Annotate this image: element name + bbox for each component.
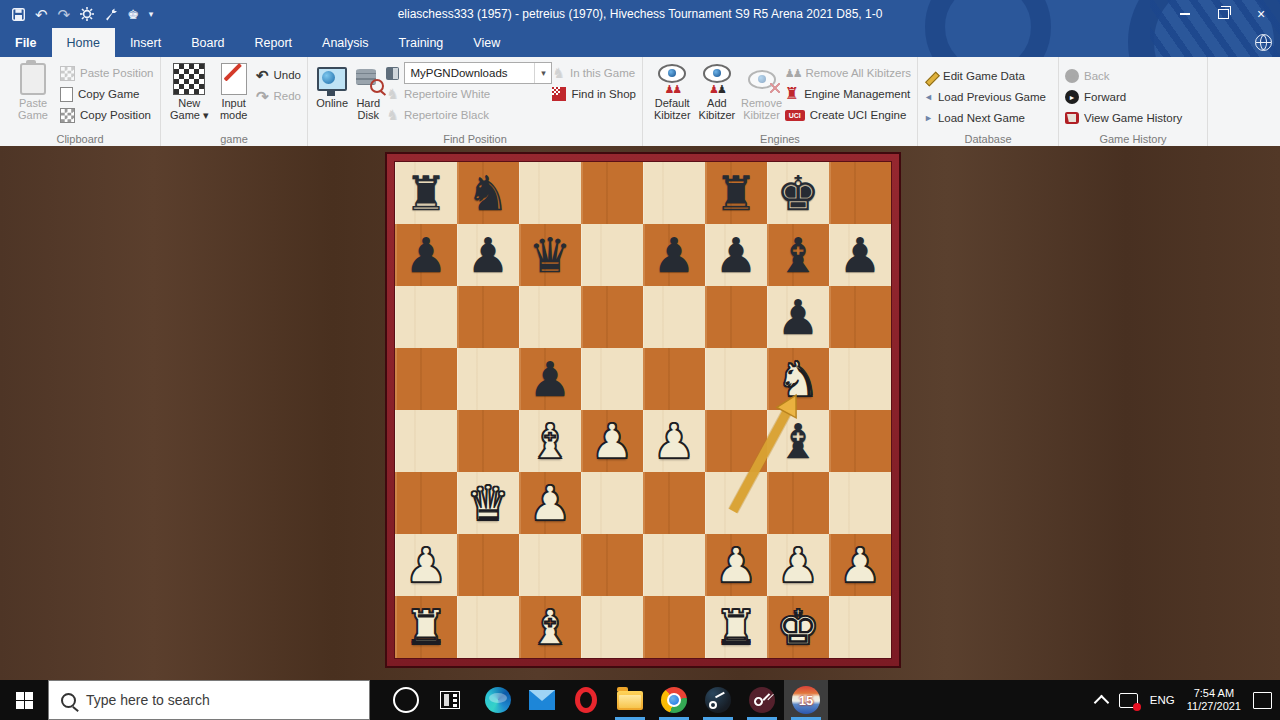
forward-button[interactable]: ►Forward xyxy=(1065,87,1182,107)
pencil-page-icon xyxy=(221,63,247,95)
redo-icon[interactable]: ↷ xyxy=(58,7,71,22)
square-f8[interactable]: ♜ xyxy=(705,162,767,224)
opera-button[interactable] xyxy=(564,680,608,720)
black-pawn: ♟ xyxy=(714,231,757,279)
knight-icon: ♞ xyxy=(552,66,565,80)
pieces-icon: ♟♟ xyxy=(709,84,725,95)
square-a2[interactable]: ♟ xyxy=(395,534,457,596)
close-button[interactable]: × xyxy=(1242,0,1280,28)
black-king: ♚ xyxy=(776,169,819,217)
red-rook-icon: ♜ xyxy=(785,86,799,102)
white-bishop: ♝ xyxy=(528,417,571,465)
square-d6[interactable] xyxy=(581,286,643,348)
square-c8[interactable] xyxy=(519,162,581,224)
square-a5[interactable] xyxy=(395,348,457,410)
copy-position-button[interactable]: Copy Position xyxy=(60,105,154,125)
square-b3[interactable]: ♛ xyxy=(457,472,519,534)
square-g7[interactable]: ♝ xyxy=(767,224,829,286)
white-pawn: ♟ xyxy=(838,541,881,589)
black-rook: ♜ xyxy=(714,169,757,217)
square-d1[interactable] xyxy=(581,596,643,658)
window-title: eliaschess333 (1957) - petreius (1970), … xyxy=(0,7,1280,21)
black-pawn: ♟ xyxy=(528,355,571,403)
window-chrome: ↶ ↷ ♚ ▾ eliaschess333 (1957) - petreius … xyxy=(0,0,1280,57)
square-d5[interactable] xyxy=(581,348,643,410)
windows-logo-icon xyxy=(16,692,33,709)
white-pawn: ♟ xyxy=(528,479,571,527)
edge-button[interactable] xyxy=(476,680,520,720)
tab-view[interactable]: View xyxy=(458,28,515,57)
square-f7[interactable]: ♟ xyxy=(705,224,767,286)
hard-disk-button[interactable]: Hard Disk xyxy=(350,60,386,121)
start-button[interactable] xyxy=(0,680,48,720)
tab-home[interactable]: Home xyxy=(52,28,115,57)
black-bishop: ♝ xyxy=(776,231,819,279)
square-d3[interactable] xyxy=(581,472,643,534)
black-queen: ♛ xyxy=(528,231,571,279)
square-h3[interactable] xyxy=(829,472,891,534)
square-d8[interactable] xyxy=(581,162,643,224)
undo-icon[interactable]: ↶ xyxy=(35,7,48,22)
search-icon xyxy=(61,693,76,708)
tray-display-notification-icon[interactable] xyxy=(1119,693,1138,708)
online-monitor-icon xyxy=(317,67,347,91)
load-previous-game-button[interactable]: ◄Load Previous Game xyxy=(924,87,1046,107)
square-a3[interactable] xyxy=(395,472,457,534)
tab-report[interactable]: Report xyxy=(240,28,308,57)
square-e1[interactable] xyxy=(643,596,705,658)
language-indicator[interactable]: ENG xyxy=(1150,694,1175,706)
document-icon xyxy=(60,87,73,102)
square-c5[interactable]: ♟ xyxy=(519,348,581,410)
key-app-icon xyxy=(749,687,775,713)
engine-gear-icon[interactable] xyxy=(80,7,94,21)
square-g1[interactable]: ♚ xyxy=(767,596,829,658)
tab-board[interactable]: Board xyxy=(176,28,239,57)
square-h7[interactable]: ♟ xyxy=(829,224,891,286)
save-icon[interactable] xyxy=(12,8,25,21)
white-rook: ♜ xyxy=(714,603,757,651)
black-pawn: ♟ xyxy=(776,293,819,341)
redo-button[interactable]: ↷Redo xyxy=(256,86,301,106)
square-g5[interactable]: ♞ xyxy=(767,348,829,410)
forward-circle-icon: ► xyxy=(1065,90,1079,104)
square-h6[interactable] xyxy=(829,286,891,348)
square-f4[interactable] xyxy=(705,410,767,472)
square-b2[interactable] xyxy=(457,534,519,596)
white-pawn: ♟ xyxy=(404,541,447,589)
ribbon: Paste Game Paste Position Copy Game Copy… xyxy=(0,57,1280,147)
white-queen: ♛ xyxy=(466,479,509,527)
system-tray: ENG 7:54 AM 11/27/2021 xyxy=(1096,680,1272,720)
white-pawn: ♟ xyxy=(776,541,819,589)
copy-game-button[interactable]: Copy Game xyxy=(60,84,154,104)
previous-arrow-icon: ◄ xyxy=(924,93,933,102)
square-h2[interactable]: ♟ xyxy=(829,534,891,596)
wrench-icon[interactable] xyxy=(104,8,117,21)
square-b1[interactable] xyxy=(457,596,519,658)
fritz-15-icon: 15 xyxy=(792,686,820,714)
edit-game-data-button[interactable]: Edit Game Data xyxy=(924,66,1046,86)
search-placeholder: Type here to search xyxy=(86,692,210,708)
position-grid-icon xyxy=(60,108,75,123)
square-f2[interactable]: ♟ xyxy=(705,534,767,596)
square-c3[interactable]: ♟ xyxy=(519,472,581,534)
group-clipboard: Paste Game Paste Position Copy Game Copy… xyxy=(0,57,161,146)
position-grid-icon xyxy=(60,66,75,81)
square-e6[interactable] xyxy=(643,286,705,348)
square-h5[interactable] xyxy=(829,348,891,410)
square-d2[interactable] xyxy=(581,534,643,596)
square-f5[interactable] xyxy=(705,348,767,410)
cortana-button[interactable] xyxy=(384,680,428,720)
chess-board-frame: ♜♞♜♚♟♟♛♟♟♝♟♟♟♞♝♟♟♝♛♟♟♟♟♟♜♝♜♚ xyxy=(385,152,901,668)
opera-icon xyxy=(575,687,597,713)
square-b4[interactable] xyxy=(457,410,519,472)
square-a4[interactable] xyxy=(395,410,457,472)
online-button[interactable]: Online xyxy=(314,60,350,109)
undo-button[interactable]: ↶Undo xyxy=(256,65,301,85)
reference-db-combobox[interactable]: MyPGNDownloads▾ xyxy=(404,62,552,84)
uci-badge-icon: UCI xyxy=(785,110,805,121)
square-e4[interactable]: ♟ xyxy=(643,410,705,472)
tray-expand-icon[interactable] xyxy=(1094,694,1110,710)
chrome-icon xyxy=(661,687,687,713)
group-engines: ♟♟ Default Kibitzer ♟♟ Add Kibitzer Remo… xyxy=(643,57,918,146)
square-e3[interactable] xyxy=(643,472,705,534)
black-pawn: ♟ xyxy=(652,231,695,279)
white-king: ♚ xyxy=(776,603,819,651)
chess-board[interactable]: ♜♞♜♚♟♟♛♟♟♝♟♟♟♞♝♟♟♝♛♟♟♟♟♟♜♝♜♚ xyxy=(395,162,891,658)
reference-db-row: MyPGNDownloads▾ xyxy=(386,63,552,83)
fritz-15-button[interactable]: 15 xyxy=(784,680,828,720)
repertoire-black-button[interactable]: ♞Repertoire Black xyxy=(386,105,552,125)
eye-icon xyxy=(658,64,686,83)
new-game-button[interactable]: New Game ▾ xyxy=(167,60,211,121)
square-g3[interactable] xyxy=(767,472,829,534)
ribbon-empty-space xyxy=(1208,57,1280,146)
task-view-icon xyxy=(440,691,460,709)
clock-date: 11/27/2021 xyxy=(1187,700,1241,713)
paste-game-button[interactable]: Paste Game xyxy=(6,60,60,121)
back-circle-icon: ◄ xyxy=(1065,69,1079,83)
key-app-button[interactable] xyxy=(740,680,784,720)
paste-position-button[interactable]: Paste Position xyxy=(60,63,154,83)
taskbar-clock[interactable]: 7:54 AM 11/27/2021 xyxy=(1187,687,1241,713)
white-bishop: ♝ xyxy=(528,603,571,651)
help-globe-icon[interactable] xyxy=(1255,34,1272,51)
remove-kibitzer-button[interactable]: Remove Kibitzer xyxy=(738,60,785,121)
black-rook: ♜ xyxy=(404,169,447,217)
file-explorer-button[interactable] xyxy=(608,680,652,720)
eye-remove-icon xyxy=(748,70,776,89)
gray-eyes-icon: ♟♟ xyxy=(785,68,801,79)
king-piece-icon[interactable]: ♚ xyxy=(127,8,139,21)
chessboard-icon xyxy=(173,63,205,95)
square-b8[interactable]: ♞ xyxy=(457,162,519,224)
square-e8[interactable] xyxy=(643,162,705,224)
group-game: New Game ▾ Input mode ↶Undo ↷Redo game xyxy=(161,57,308,146)
square-c2[interactable] xyxy=(519,534,581,596)
mail-button[interactable] xyxy=(520,680,564,720)
square-a8[interactable]: ♜ xyxy=(395,162,457,224)
square-f3[interactable] xyxy=(705,472,767,534)
white-rook: ♜ xyxy=(404,603,447,651)
edit-pencil-icon xyxy=(924,69,938,83)
create-uci-engine-button[interactable]: UCICreate UCI Engine xyxy=(785,105,911,125)
square-g6[interactable]: ♟ xyxy=(767,286,829,348)
white-pawn: ♟ xyxy=(652,417,695,465)
qat-dropdown-icon[interactable]: ▾ xyxy=(149,10,154,19)
black-pawn: ♟ xyxy=(838,231,881,279)
clipboard-icon xyxy=(20,63,46,95)
group-database: Edit Game Data ◄Load Previous Game ►Load… xyxy=(918,57,1059,146)
repertoire-white-button[interactable]: ♞Repertoire White xyxy=(386,84,552,104)
black-pawn: ♟ xyxy=(466,231,509,279)
chrome-button[interactable] xyxy=(652,680,696,720)
hard-disk-icon xyxy=(356,68,380,90)
white-pawn: ♟ xyxy=(714,541,757,589)
tab-analysis[interactable]: Analysis xyxy=(307,28,384,57)
steam-icon xyxy=(705,687,731,713)
knight-search-icon: ♞ xyxy=(386,108,399,122)
square-b5[interactable] xyxy=(457,348,519,410)
taskbar-search[interactable]: Type here to search xyxy=(48,680,370,720)
undo-icon: ↶ xyxy=(256,68,269,83)
restore-button[interactable] xyxy=(1204,0,1242,28)
square-g2[interactable]: ♟ xyxy=(767,534,829,596)
minimize-button[interactable] xyxy=(1166,0,1204,28)
square-a6[interactable] xyxy=(395,286,457,348)
group-game-history: ◄Back ►Forward View Game History Game Hi… xyxy=(1059,57,1208,146)
shop-icon xyxy=(552,87,566,101)
taskbar: Type here to search 15 ENG 7:54 AM 11/27… xyxy=(0,680,1280,720)
cortana-icon xyxy=(393,687,419,713)
knight-search-icon: ♞ xyxy=(386,87,399,101)
tab-file[interactable]: File xyxy=(0,28,52,57)
load-next-game-button[interactable]: ►Load Next Game xyxy=(924,108,1046,128)
square-h1[interactable] xyxy=(829,596,891,658)
task-view-button[interactable] xyxy=(428,680,472,720)
black-knight: ♞ xyxy=(466,169,509,217)
next-arrow-icon: ► xyxy=(924,114,933,123)
square-b6[interactable] xyxy=(457,286,519,348)
input-mode-button[interactable]: Input mode xyxy=(211,60,255,121)
back-button[interactable]: ◄Back xyxy=(1065,66,1182,86)
add-kibitzer-button[interactable]: ♟♟ Add Kibitzer xyxy=(696,60,739,121)
white-pawn: ♟ xyxy=(590,417,633,465)
square-e5[interactable] xyxy=(643,348,705,410)
square-a7[interactable]: ♟ xyxy=(395,224,457,286)
tab-training[interactable]: Training xyxy=(384,28,459,57)
square-c4[interactable]: ♝ xyxy=(519,410,581,472)
tab-insert[interactable]: Insert xyxy=(115,28,176,57)
mail-icon xyxy=(529,690,555,710)
red-pieces-icon: ♟♟ xyxy=(664,84,680,95)
history-book-icon xyxy=(1065,112,1079,124)
clock-time: 7:54 AM xyxy=(1187,687,1241,700)
fritz-chess-app-window: ↶ ↷ ♚ ▾ eliaschess333 (1957) - petreius … xyxy=(0,0,1280,720)
eye-icon xyxy=(703,64,731,83)
group-find-position: Online Hard Disk MyPGNDownloads▾ ♞Repert… xyxy=(308,57,643,146)
engine-management-button[interactable]: ♜Engine Management xyxy=(785,84,911,104)
title-bar: ↶ ↷ ♚ ▾ eliaschess333 (1957) - petreius … xyxy=(0,0,1280,28)
square-f6[interactable] xyxy=(705,286,767,348)
action-center-icon[interactable] xyxy=(1253,692,1272,709)
board-pane: ♜♞♜♚♟♟♛♟♟♝♟♟♟♞♝♟♟♝♛♟♟♟♟♟♜♝♜♚ Activate Wi… xyxy=(0,146,1280,680)
square-d4[interactable]: ♟ xyxy=(581,410,643,472)
find-in-shop-button[interactable]: Find in Shop xyxy=(552,84,636,104)
remove-all-kibitzers-button[interactable]: ♟♟Remove All Kibitzers xyxy=(785,63,911,83)
in-this-game-button[interactable]: ♞In this Game xyxy=(552,63,636,83)
database-book-icon xyxy=(386,67,399,80)
square-c7[interactable]: ♛ xyxy=(519,224,581,286)
redo-icon: ↷ xyxy=(256,89,269,104)
white-knight: ♞ xyxy=(776,355,819,403)
square-b7[interactable]: ♟ xyxy=(457,224,519,286)
square-f1[interactable]: ♜ xyxy=(705,596,767,658)
square-e2[interactable] xyxy=(643,534,705,596)
edge-icon xyxy=(485,687,511,713)
file-explorer-icon xyxy=(617,691,643,710)
square-g8[interactable]: ♚ xyxy=(767,162,829,224)
steam-button[interactable] xyxy=(696,680,740,720)
quick-access-toolbar: ↶ ↷ ♚ ▾ xyxy=(0,7,153,22)
square-g4[interactable]: ♝ xyxy=(767,410,829,472)
ribbon-tab-bar: File Home Insert Board Report Analysis T… xyxy=(0,28,1280,57)
square-c6[interactable] xyxy=(519,286,581,348)
square-c1[interactable]: ♝ xyxy=(519,596,581,658)
combo-caret-icon[interactable]: ▾ xyxy=(534,63,551,83)
black-pawn: ♟ xyxy=(404,231,447,279)
square-e7[interactable]: ♟ xyxy=(643,224,705,286)
square-h4[interactable] xyxy=(829,410,891,472)
square-h8[interactable] xyxy=(829,162,891,224)
view-game-history-button[interactable]: View Game History xyxy=(1065,108,1182,128)
default-kibitzer-button[interactable]: ♟♟ Default Kibitzer xyxy=(649,60,696,121)
square-a1[interactable]: ♜ xyxy=(395,596,457,658)
black-bishop: ♝ xyxy=(776,417,819,465)
square-d7[interactable] xyxy=(581,224,643,286)
